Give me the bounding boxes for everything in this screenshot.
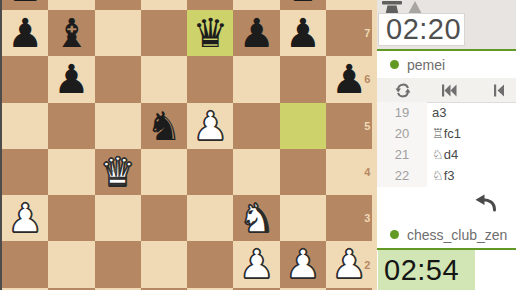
square-h3[interactable]: 3 bbox=[326, 195, 372, 241]
online-dot bbox=[390, 60, 399, 69]
player-row[interactable]: chess_club_zen bbox=[377, 221, 516, 248]
online-dot bbox=[390, 230, 399, 239]
square-e2[interactable] bbox=[187, 241, 233, 287]
piece-black-queen-e7[interactable]: ♛ bbox=[187, 10, 233, 56]
move-number: 21 bbox=[377, 147, 427, 162]
piece-black-rook-a8[interactable]: ♜ bbox=[2, 0, 48, 10]
piece-black-pawn-f7[interactable]: ♟ bbox=[234, 10, 280, 56]
square-c5[interactable] bbox=[95, 103, 141, 149]
hand-cursor-icon: ☝ bbox=[110, 162, 120, 182]
piece-black-bishop-b7[interactable]: ♝ bbox=[48, 10, 94, 56]
move-nav-bar bbox=[377, 78, 516, 102]
piece-white-pawn-a3[interactable]: ♟ bbox=[2, 195, 48, 241]
square-e6[interactable] bbox=[187, 56, 233, 102]
square-g3[interactable] bbox=[280, 195, 326, 241]
square-b4[interactable] bbox=[48, 149, 94, 195]
square-c7[interactable] bbox=[95, 10, 141, 56]
square-d4[interactable] bbox=[141, 149, 187, 195]
move-number: 22 bbox=[377, 168, 427, 183]
piece-black-pawn-h6[interactable]: ♟ bbox=[326, 56, 372, 102]
square-b8[interactable] bbox=[48, 0, 94, 10]
move-san[interactable]: ♖fc1 bbox=[427, 126, 461, 141]
square-g5[interactable] bbox=[280, 103, 326, 149]
player-name[interactable]: chess_club_zen bbox=[407, 227, 507, 243]
square-e3[interactable] bbox=[187, 195, 233, 241]
square-d6[interactable] bbox=[141, 56, 187, 102]
square-h5[interactable]: 5 bbox=[326, 103, 372, 149]
piece-black-king-g8[interactable]: ♚ bbox=[280, 0, 326, 10]
square-c3[interactable] bbox=[95, 195, 141, 241]
top-piece-icons bbox=[381, 0, 424, 13]
square-b5[interactable] bbox=[48, 103, 94, 149]
piece-white-knight-f3[interactable]: ♞ bbox=[234, 195, 280, 241]
square-f8[interactable] bbox=[233, 0, 279, 10]
piece-white-pawn-e5[interactable]: ♟ bbox=[187, 103, 233, 149]
square-c2[interactable] bbox=[95, 241, 141, 287]
square-g4[interactable] bbox=[280, 149, 326, 195]
move-number: 19 bbox=[377, 105, 427, 120]
piece-black-pawn-g7[interactable]: ♟ bbox=[280, 10, 326, 56]
square-c8[interactable] bbox=[95, 0, 141, 10]
square-a2[interactable] bbox=[2, 241, 48, 287]
app-window: 87654321 ☝ ♜♚♟♝♛♟♟♟♟♞♟♛♟♞♟♟♟ 02:20 bbox=[0, 0, 516, 290]
square-a4[interactable] bbox=[2, 149, 48, 195]
square-h4[interactable]: 4 bbox=[326, 149, 372, 195]
rank-label-7: 7 bbox=[364, 28, 370, 39]
move-san[interactable]: ♘f3 bbox=[427, 168, 455, 183]
square-c6[interactable] bbox=[95, 56, 141, 102]
skip-to-start-icon[interactable] bbox=[441, 78, 457, 102]
game-sidebar: 02:20 pemei bbox=[377, 0, 516, 290]
opponent-clock-time: 02:20 bbox=[379, 13, 461, 46]
piece-black-pawn-a7[interactable]: ♟ bbox=[2, 10, 48, 56]
step-back-icon[interactable] bbox=[493, 78, 505, 102]
square-f4[interactable] bbox=[233, 149, 279, 195]
player-clock-time: 02:54 bbox=[378, 254, 459, 287]
move-number: 20 bbox=[377, 126, 427, 141]
opponent-row[interactable]: pemei bbox=[377, 51, 516, 78]
move-san[interactable]: a3 bbox=[427, 105, 446, 120]
square-d7[interactable] bbox=[141, 10, 187, 56]
square-f5[interactable] bbox=[233, 103, 279, 149]
square-f6[interactable] bbox=[233, 56, 279, 102]
rank-label-4: 4 bbox=[364, 166, 370, 177]
square-d3[interactable] bbox=[141, 195, 187, 241]
rank-label-5: 5 bbox=[364, 120, 370, 131]
square-h7[interactable]: 7 bbox=[326, 10, 372, 56]
square-d8[interactable] bbox=[141, 0, 187, 10]
square-e4[interactable] bbox=[187, 149, 233, 195]
takeback-arrow-icon[interactable] bbox=[474, 194, 496, 212]
piece-white-pawn-h2[interactable]: ♟ bbox=[326, 241, 372, 287]
move-row-22: 22♘f3 bbox=[377, 165, 516, 186]
piece-white-pawn-f2[interactable]: ♟ bbox=[234, 241, 280, 287]
square-g6[interactable] bbox=[280, 56, 326, 102]
square-a6[interactable] bbox=[2, 56, 48, 102]
rank-label-3: 3 bbox=[364, 213, 370, 224]
square-a5[interactable] bbox=[2, 103, 48, 149]
player-clock-active: 02:54 bbox=[378, 250, 475, 290]
square-e8[interactable] bbox=[187, 0, 233, 10]
square-d2[interactable] bbox=[141, 241, 187, 287]
move-san[interactable]: ♘d4 bbox=[427, 147, 458, 162]
square-b3[interactable] bbox=[48, 195, 94, 241]
move-row-20: 20♖fc1 bbox=[377, 123, 516, 144]
piece-black-knight-d5[interactable]: ♞ bbox=[141, 103, 187, 149]
opponent-clock: 02:20 bbox=[378, 13, 465, 46]
square-h8[interactable]: 8 bbox=[326, 0, 372, 10]
opponent-name[interactable]: pemei bbox=[407, 57, 445, 73]
square-b2[interactable] bbox=[48, 241, 94, 287]
piece-icon-light bbox=[406, 0, 424, 13]
piece-white-pawn-g2[interactable]: ♟ bbox=[280, 241, 326, 287]
move-row-21: 21♘d4 bbox=[377, 144, 516, 165]
flip-board-icon[interactable] bbox=[395, 78, 411, 102]
chess-board[interactable]: 87654321 ☝ ♜♚♟♝♛♟♟♟♟♞♟♛♟♞♟♟♟ bbox=[2, 0, 377, 290]
piece-icon-dark bbox=[381, 0, 403, 13]
move-row-19: 19a3 bbox=[377, 102, 516, 123]
piece-black-pawn-b6[interactable]: ♟ bbox=[48, 56, 94, 102]
